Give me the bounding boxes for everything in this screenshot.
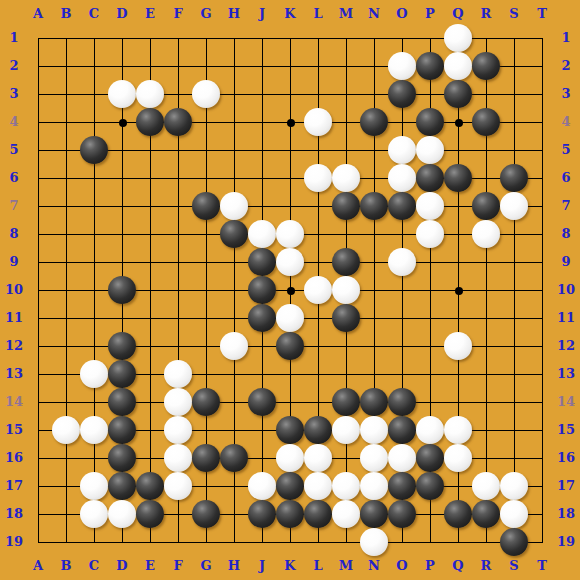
black-stone-M9	[332, 248, 360, 276]
row-label-right-17: 17	[552, 477, 580, 495]
black-stone-D16	[108, 444, 136, 472]
white-stone-L10	[304, 276, 332, 304]
column-label-bottom-O: O	[388, 557, 416, 575]
white-stone-K16	[276, 444, 304, 472]
black-stone-E4	[136, 108, 164, 136]
row-label-left-8: 8	[0, 225, 28, 243]
row-label-right-19: 19	[552, 533, 580, 551]
white-stone-C15	[80, 416, 108, 444]
column-label-top-M: M	[332, 5, 360, 23]
row-label-left-2: 2	[0, 57, 28, 75]
black-stone-E18	[136, 500, 164, 528]
black-stone-Q6	[444, 164, 472, 192]
row-label-left-5: 5	[0, 141, 28, 159]
row-label-left-17: 17	[0, 477, 28, 495]
white-stone-P15	[416, 416, 444, 444]
white-stone-R17	[472, 472, 500, 500]
black-stone-R2	[472, 52, 500, 80]
column-label-bottom-M: M	[332, 557, 360, 575]
white-stone-J17	[248, 472, 276, 500]
white-stone-C13	[80, 360, 108, 388]
white-stone-F14	[164, 388, 192, 416]
white-stone-O5	[388, 136, 416, 164]
row-label-left-14: 14	[0, 393, 28, 411]
white-stone-Q16	[444, 444, 472, 472]
black-stone-D10	[108, 276, 136, 304]
row-label-left-19: 19	[0, 533, 28, 551]
black-stone-J18	[248, 500, 276, 528]
black-stone-H8	[220, 220, 248, 248]
white-stone-F17	[164, 472, 192, 500]
black-stone-G16	[192, 444, 220, 472]
column-label-top-N: N	[360, 5, 388, 23]
row-label-left-3: 3	[0, 85, 28, 103]
white-stone-O2	[388, 52, 416, 80]
column-label-top-F: F	[164, 5, 192, 23]
white-stone-Q2	[444, 52, 472, 80]
column-label-top-A: A	[24, 5, 52, 23]
white-stone-G3	[192, 80, 220, 108]
white-stone-O6	[388, 164, 416, 192]
black-stone-Q3	[444, 80, 472, 108]
column-label-bottom-E: E	[136, 557, 164, 575]
black-stone-E17	[136, 472, 164, 500]
black-stone-S6	[500, 164, 528, 192]
column-label-top-S: S	[500, 5, 528, 23]
column-label-bottom-Q: Q	[444, 557, 472, 575]
white-stone-O9	[388, 248, 416, 276]
black-stone-C5	[80, 136, 108, 164]
white-stone-L4	[304, 108, 332, 136]
black-stone-R18	[472, 500, 500, 528]
black-stone-O14	[388, 388, 416, 416]
white-stone-H12	[220, 332, 248, 360]
white-stone-K8	[276, 220, 304, 248]
row-label-left-4: 4	[0, 113, 28, 131]
row-label-right-6: 6	[552, 169, 580, 187]
column-label-top-D: D	[108, 5, 136, 23]
row-label-right-18: 18	[552, 505, 580, 523]
black-stone-H16	[220, 444, 248, 472]
white-stone-J8	[248, 220, 276, 248]
black-stone-L15	[304, 416, 332, 444]
black-stone-P17	[416, 472, 444, 500]
black-stone-M14	[332, 388, 360, 416]
row-label-right-1: 1	[552, 29, 580, 47]
column-label-bottom-H: H	[220, 557, 248, 575]
column-label-bottom-C: C	[80, 557, 108, 575]
white-stone-Q12	[444, 332, 472, 360]
white-stone-F15	[164, 416, 192, 444]
black-stone-O7	[388, 192, 416, 220]
white-stone-Q15	[444, 416, 472, 444]
column-label-top-C: C	[80, 5, 108, 23]
column-label-top-B: B	[52, 5, 80, 23]
black-stone-D12	[108, 332, 136, 360]
column-label-top-O: O	[388, 5, 416, 23]
black-stone-L18	[304, 500, 332, 528]
go-board: ABCDEFGHJKLMNOPQRST ABCDEFGHJKLMNOPQRST …	[0, 0, 580, 580]
star-point-Q4	[455, 119, 463, 127]
white-stone-M6	[332, 164, 360, 192]
white-stone-C18	[80, 500, 108, 528]
black-stone-P4	[416, 108, 444, 136]
white-stone-N16	[360, 444, 388, 472]
white-stone-K9	[276, 248, 304, 276]
black-stone-D17	[108, 472, 136, 500]
black-stone-Q18	[444, 500, 472, 528]
column-label-top-H: H	[220, 5, 248, 23]
black-stone-J14	[248, 388, 276, 416]
white-stone-K11	[276, 304, 304, 332]
star-point-D4	[119, 119, 127, 127]
row-label-left-1: 1	[0, 29, 28, 47]
black-stone-F4	[164, 108, 192, 136]
row-label-right-2: 2	[552, 57, 580, 75]
black-stone-P2	[416, 52, 444, 80]
row-label-right-14: 14	[552, 393, 580, 411]
row-label-left-13: 13	[0, 365, 28, 383]
column-label-bottom-A: A	[24, 557, 52, 575]
column-label-top-Q: Q	[444, 5, 472, 23]
black-stone-P16	[416, 444, 444, 472]
column-label-bottom-N: N	[360, 557, 388, 575]
row-label-right-9: 9	[552, 253, 580, 271]
star-point-K4	[287, 119, 295, 127]
row-label-left-15: 15	[0, 421, 28, 439]
column-label-top-R: R	[472, 5, 500, 23]
column-label-top-T: T	[528, 5, 556, 23]
column-label-bottom-S: S	[500, 557, 528, 575]
column-label-top-G: G	[192, 5, 220, 23]
white-stone-M10	[332, 276, 360, 304]
black-stone-N7	[360, 192, 388, 220]
row-label-right-10: 10	[552, 281, 580, 299]
column-label-bottom-B: B	[52, 557, 80, 575]
white-stone-N15	[360, 416, 388, 444]
white-stone-C17	[80, 472, 108, 500]
black-stone-K17	[276, 472, 304, 500]
black-stone-P6	[416, 164, 444, 192]
column-label-bottom-T: T	[528, 557, 556, 575]
row-label-left-6: 6	[0, 169, 28, 187]
black-stone-O15	[388, 416, 416, 444]
black-stone-S19	[500, 528, 528, 556]
white-stone-S7	[500, 192, 528, 220]
row-label-left-10: 10	[0, 281, 28, 299]
row-label-right-3: 3	[552, 85, 580, 103]
row-label-left-16: 16	[0, 449, 28, 467]
white-stone-N19	[360, 528, 388, 556]
white-stone-M17	[332, 472, 360, 500]
white-stone-N17	[360, 472, 388, 500]
white-stone-D3	[108, 80, 136, 108]
column-label-top-J: J	[248, 5, 276, 23]
white-stone-Q1	[444, 24, 472, 52]
black-stone-G14	[192, 388, 220, 416]
row-label-right-8: 8	[552, 225, 580, 243]
white-stone-O16	[388, 444, 416, 472]
white-stone-M18	[332, 500, 360, 528]
row-label-left-11: 11	[0, 309, 28, 327]
white-stone-L17	[304, 472, 332, 500]
white-stone-E3	[136, 80, 164, 108]
black-stone-N14	[360, 388, 388, 416]
row-label-right-5: 5	[552, 141, 580, 159]
black-stone-N4	[360, 108, 388, 136]
black-stone-K15	[276, 416, 304, 444]
column-label-top-K: K	[276, 5, 304, 23]
white-stone-S18	[500, 500, 528, 528]
row-label-left-9: 9	[0, 253, 28, 271]
white-stone-H7	[220, 192, 248, 220]
black-stone-D14	[108, 388, 136, 416]
black-stone-M11	[332, 304, 360, 332]
black-stone-J10	[248, 276, 276, 304]
column-label-bottom-J: J	[248, 557, 276, 575]
column-label-top-P: P	[416, 5, 444, 23]
row-label-left-7: 7	[0, 197, 28, 215]
white-stone-F13	[164, 360, 192, 388]
black-stone-D15	[108, 416, 136, 444]
white-stone-D18	[108, 500, 136, 528]
white-stone-L16	[304, 444, 332, 472]
row-label-left-18: 18	[0, 505, 28, 523]
row-label-right-4: 4	[552, 113, 580, 131]
column-label-bottom-L: L	[304, 557, 332, 575]
white-stone-P5	[416, 136, 444, 164]
star-point-Q10	[455, 287, 463, 295]
black-stone-O3	[388, 80, 416, 108]
black-stone-G18	[192, 500, 220, 528]
black-stone-R7	[472, 192, 500, 220]
white-stone-L6	[304, 164, 332, 192]
white-stone-M15	[332, 416, 360, 444]
white-stone-B15	[52, 416, 80, 444]
white-stone-P8	[416, 220, 444, 248]
white-stone-P7	[416, 192, 444, 220]
white-stone-R8	[472, 220, 500, 248]
column-label-bottom-K: K	[276, 557, 304, 575]
white-stone-S17	[500, 472, 528, 500]
column-label-bottom-D: D	[108, 557, 136, 575]
black-stone-R4	[472, 108, 500, 136]
black-stone-J9	[248, 248, 276, 276]
row-label-right-16: 16	[552, 449, 580, 467]
column-label-bottom-R: R	[472, 557, 500, 575]
column-label-top-L: L	[304, 5, 332, 23]
column-label-bottom-F: F	[164, 557, 192, 575]
black-stone-N18	[360, 500, 388, 528]
black-stone-M7	[332, 192, 360, 220]
black-stone-J11	[248, 304, 276, 332]
black-stone-D13	[108, 360, 136, 388]
row-label-right-12: 12	[552, 337, 580, 355]
white-stone-F16	[164, 444, 192, 472]
black-stone-K18	[276, 500, 304, 528]
row-label-right-15: 15	[552, 421, 580, 439]
black-stone-G7	[192, 192, 220, 220]
star-point-K10	[287, 287, 295, 295]
row-label-left-12: 12	[0, 337, 28, 355]
black-stone-K12	[276, 332, 304, 360]
column-label-top-E: E	[136, 5, 164, 23]
black-stone-O18	[388, 500, 416, 528]
row-label-right-13: 13	[552, 365, 580, 383]
row-label-right-7: 7	[552, 197, 580, 215]
column-label-bottom-P: P	[416, 557, 444, 575]
row-label-right-11: 11	[552, 309, 580, 327]
column-label-bottom-G: G	[192, 557, 220, 575]
black-stone-O17	[388, 472, 416, 500]
